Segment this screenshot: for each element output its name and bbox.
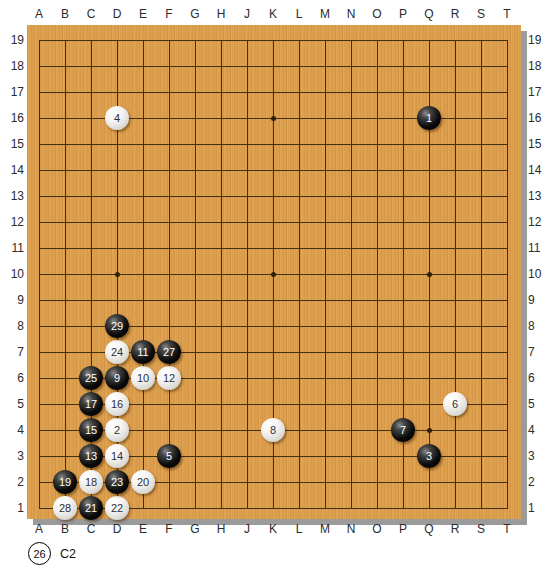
row-label-left-17: 17 xyxy=(0,84,24,100)
row-label-left-12: 12 xyxy=(0,214,24,230)
stone-p4-move-7: 7 xyxy=(391,418,415,442)
col-label-top-j: J xyxy=(234,6,260,22)
col-label-bottom-c: C xyxy=(78,521,104,537)
row-label-right-18: 18 xyxy=(528,58,550,74)
footnote-stone-26: 26 xyxy=(28,542,51,565)
row-label-left-5: 5 xyxy=(0,396,24,412)
col-label-top-r: R xyxy=(442,6,468,22)
col-label-bottom-a: A xyxy=(26,521,52,537)
row-label-right-14: 14 xyxy=(528,162,550,178)
stone-d7-move-24: 24 xyxy=(105,340,129,364)
stone-q3-move-3: 3 xyxy=(417,444,441,468)
stone-c2-move-18: 18 xyxy=(79,470,103,494)
row-label-left-11: 11 xyxy=(0,240,24,256)
row-label-left-19: 19 xyxy=(0,32,24,48)
star-point-q4 xyxy=(427,428,432,433)
row-label-right-15: 15 xyxy=(528,136,550,152)
stone-f3-move-5: 5 xyxy=(157,444,181,468)
col-label-top-l: L xyxy=(286,6,312,22)
star-point-q10 xyxy=(427,272,432,277)
stone-e7-move-11: 11 xyxy=(131,340,155,364)
row-label-right-2: 2 xyxy=(528,474,550,490)
stone-e2-move-20: 20 xyxy=(131,470,155,494)
row-label-left-8: 8 xyxy=(0,318,24,334)
col-label-top-s: S xyxy=(468,6,494,22)
stone-k4-move-8: 8 xyxy=(261,418,285,442)
star-point-d10 xyxy=(115,272,120,277)
stone-f6-move-12: 12 xyxy=(157,366,181,390)
row-label-right-16: 16 xyxy=(528,110,550,126)
col-label-top-q: Q xyxy=(416,6,442,22)
stone-d5-move-16: 16 xyxy=(105,392,129,416)
col-label-bottom-t: T xyxy=(494,521,520,537)
col-label-top-o: O xyxy=(364,6,390,22)
col-label-top-t: T xyxy=(494,6,520,22)
col-label-bottom-g: G xyxy=(182,521,208,537)
row-label-right-9: 9 xyxy=(528,292,550,308)
col-label-top-a: A xyxy=(26,6,52,22)
col-label-bottom-p: P xyxy=(390,521,416,537)
row-label-right-1: 1 xyxy=(528,500,550,516)
footnote: 26 C2 xyxy=(28,541,76,566)
row-label-left-6: 6 xyxy=(0,370,24,386)
col-label-bottom-m: M xyxy=(312,521,338,537)
row-label-right-19: 19 xyxy=(528,32,550,48)
col-label-top-d: D xyxy=(104,6,130,22)
col-label-top-m: M xyxy=(312,6,338,22)
col-label-bottom-j: J xyxy=(234,521,260,537)
footnote-move-number: 26 xyxy=(33,548,45,560)
col-label-top-e: E xyxy=(130,6,156,22)
stone-e6-move-10: 10 xyxy=(131,366,155,390)
row-label-right-11: 11 xyxy=(528,240,550,256)
col-label-bottom-b: B xyxy=(52,521,78,537)
col-label-bottom-e: E xyxy=(130,521,156,537)
col-label-top-k: K xyxy=(260,6,286,22)
stone-d6-move-9: 9 xyxy=(105,366,129,390)
col-label-bottom-h: H xyxy=(208,521,234,537)
row-label-left-7: 7 xyxy=(0,344,24,360)
stone-d4-move-2: 2 xyxy=(105,418,129,442)
row-label-right-17: 17 xyxy=(528,84,550,100)
stone-d2-move-23: 23 xyxy=(105,470,129,494)
stone-d1-move-22: 22 xyxy=(105,496,129,520)
row-label-left-16: 16 xyxy=(0,110,24,126)
stone-r5-move-6: 6 xyxy=(443,392,467,416)
stone-d16-move-4: 4 xyxy=(105,106,129,130)
row-label-left-15: 15 xyxy=(0,136,24,152)
col-label-bottom-q: Q xyxy=(416,521,442,537)
row-label-right-7: 7 xyxy=(528,344,550,360)
col-label-top-g: G xyxy=(182,6,208,22)
star-point-k16 xyxy=(271,116,276,121)
stone-c6-move-25: 25 xyxy=(79,366,103,390)
row-label-right-6: 6 xyxy=(528,370,550,386)
col-label-top-n: N xyxy=(338,6,364,22)
col-label-top-b: B xyxy=(52,6,78,22)
footnote-point-label: C2 xyxy=(60,547,76,561)
row-label-left-4: 4 xyxy=(0,422,24,438)
row-label-left-3: 3 xyxy=(0,448,24,464)
row-label-left-2: 2 xyxy=(0,474,24,490)
stone-d3-move-14: 14 xyxy=(105,444,129,468)
row-label-right-4: 4 xyxy=(528,422,550,438)
stone-q16-move-1: 1 xyxy=(417,106,441,130)
stone-c1-move-21: 21 xyxy=(79,496,103,520)
row-label-right-3: 3 xyxy=(528,448,550,464)
stone-c4-move-15: 15 xyxy=(79,418,103,442)
col-label-bottom-d: D xyxy=(104,521,130,537)
col-label-bottom-l: L xyxy=(286,521,312,537)
col-label-bottom-o: O xyxy=(364,521,390,537)
row-label-left-1: 1 xyxy=(0,500,24,516)
col-label-top-h: H xyxy=(208,6,234,22)
row-label-left-9: 9 xyxy=(0,292,24,308)
row-label-left-13: 13 xyxy=(0,188,24,204)
col-label-bottom-s: S xyxy=(468,521,494,537)
row-label-right-12: 12 xyxy=(528,214,550,230)
stone-b1-move-28: 28 xyxy=(53,496,77,520)
col-label-bottom-n: N xyxy=(338,521,364,537)
row-label-right-8: 8 xyxy=(528,318,550,334)
col-label-top-f: F xyxy=(156,6,182,22)
go-board: 1234567891011121314151617181920212223242… xyxy=(27,25,521,519)
col-label-bottom-k: K xyxy=(260,521,286,537)
row-label-left-10: 10 xyxy=(0,266,24,282)
go-diagram: 1234567891011121314151617181920212223242… xyxy=(0,0,550,582)
stone-b2-move-19: 19 xyxy=(53,470,77,494)
col-label-top-p: P xyxy=(390,6,416,22)
row-label-right-13: 13 xyxy=(528,188,550,204)
col-label-top-c: C xyxy=(78,6,104,22)
star-point-k10 xyxy=(271,272,276,277)
row-label-left-18: 18 xyxy=(0,58,24,74)
row-label-right-5: 5 xyxy=(528,396,550,412)
row-label-left-14: 14 xyxy=(0,162,24,178)
stone-c5-move-17: 17 xyxy=(79,392,103,416)
row-label-right-10: 10 xyxy=(528,266,550,282)
stone-f7-move-27: 27 xyxy=(157,340,181,364)
col-label-bottom-r: R xyxy=(442,521,468,537)
col-label-bottom-f: F xyxy=(156,521,182,537)
stone-c3-move-13: 13 xyxy=(79,444,103,468)
stone-d8-move-29: 29 xyxy=(105,314,129,338)
